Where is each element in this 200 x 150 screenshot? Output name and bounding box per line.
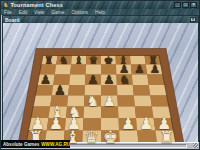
white-pawn-e4[interactable]: ♟	[103, 94, 116, 108]
black-knight-f6[interactable]: ♞	[119, 74, 130, 86]
board-window-title: Board	[5, 17, 190, 23]
board-area: ♜♞♝♛♚♝♜♟♟♟♟♟♟♞♟♞♟♝♞♟♟♟♟♟♟♜♝♛♚♜	[3, 23, 198, 146]
black-pawn-d6[interactable]: ♟	[88, 74, 99, 86]
board-window-titlebar[interactable]: Board ×	[3, 16, 198, 23]
watermark: Absolute Games WWW.AG.RU	[1, 140, 70, 148]
white-king-e1[interactable]: ♚	[103, 129, 118, 146]
black-pawn-e6[interactable]: ♟	[103, 74, 114, 86]
square-g5[interactable]	[133, 85, 150, 96]
square-f4[interactable]	[117, 96, 134, 107]
square-h4[interactable]	[150, 96, 169, 107]
window-title: Tournament Chess	[10, 2, 172, 8]
black-pawn-b5[interactable]: ♟	[54, 84, 66, 97]
black-bishop-c8[interactable]: ♝	[74, 55, 83, 66]
minimize-button[interactable]: _	[174, 2, 181, 8]
app-icon: ♞	[3, 2, 8, 8]
square-b7[interactable]	[55, 65, 71, 75]
menu-view[interactable]: View	[34, 10, 48, 15]
black-king-e8[interactable]: ♚	[104, 55, 113, 66]
white-pawn-b2[interactable]: ♟	[49, 116, 63, 132]
black-queen-d8[interactable]: ♛	[89, 55, 98, 66]
close-button[interactable]: ×	[190, 2, 197, 8]
white-rook-h1[interactable]: ♜	[159, 129, 174, 146]
square-c7[interactable]	[70, 65, 86, 75]
resize-grip[interactable]	[193, 143, 198, 148]
black-knight-b8[interactable]: ♞	[59, 55, 68, 66]
black-rook-a8[interactable]: ♜	[44, 55, 53, 66]
black-pawn-a6[interactable]: ♟	[40, 74, 51, 86]
square-c6[interactable]	[69, 75, 85, 86]
square-c5[interactable]	[68, 85, 85, 96]
square-g4[interactable]	[134, 96, 152, 107]
menu-edit[interactable]: Edit	[19, 10, 31, 15]
white-knight-d4[interactable]: ♞	[86, 94, 99, 108]
square-h5[interactable]	[149, 85, 167, 96]
window-controls: _□×	[174, 2, 197, 8]
board-window: Board × ♜♞♝♛♚♝♜♟♟♟♟♟♟♞♟♞♟♝♞♟♟♟♟♟♟♜♝♛♚♜	[2, 15, 199, 150]
app-window: ♞ Tournament Chess _□× FileEditViewGameO…	[0, 0, 200, 150]
white-queen-d1[interactable]: ♛	[84, 129, 99, 146]
menu-options[interactable]: Options	[71, 10, 92, 15]
maximize-button[interactable]: □	[182, 2, 189, 8]
square-a4[interactable]	[33, 96, 52, 107]
menu-help[interactable]: Help	[95, 10, 109, 15]
menu-game[interactable]: Game	[51, 10, 68, 15]
black-pawn-g7[interactable]: ♟	[134, 64, 144, 75]
watermark-site-url: WWW.AG.RU	[41, 142, 70, 147]
white-pawn-f2[interactable]: ♟	[121, 116, 135, 132]
menu-file[interactable]: File	[4, 10, 16, 15]
watermark-site-name: Absolute Games	[3, 142, 39, 147]
board-close-button[interactable]: ×	[190, 17, 196, 22]
titlebar[interactable]: ♞ Tournament Chess _□×	[1, 1, 199, 9]
black-pawn-h7[interactable]: ♟	[150, 64, 160, 75]
white-pawn-g2[interactable]: ♟	[139, 116, 153, 132]
